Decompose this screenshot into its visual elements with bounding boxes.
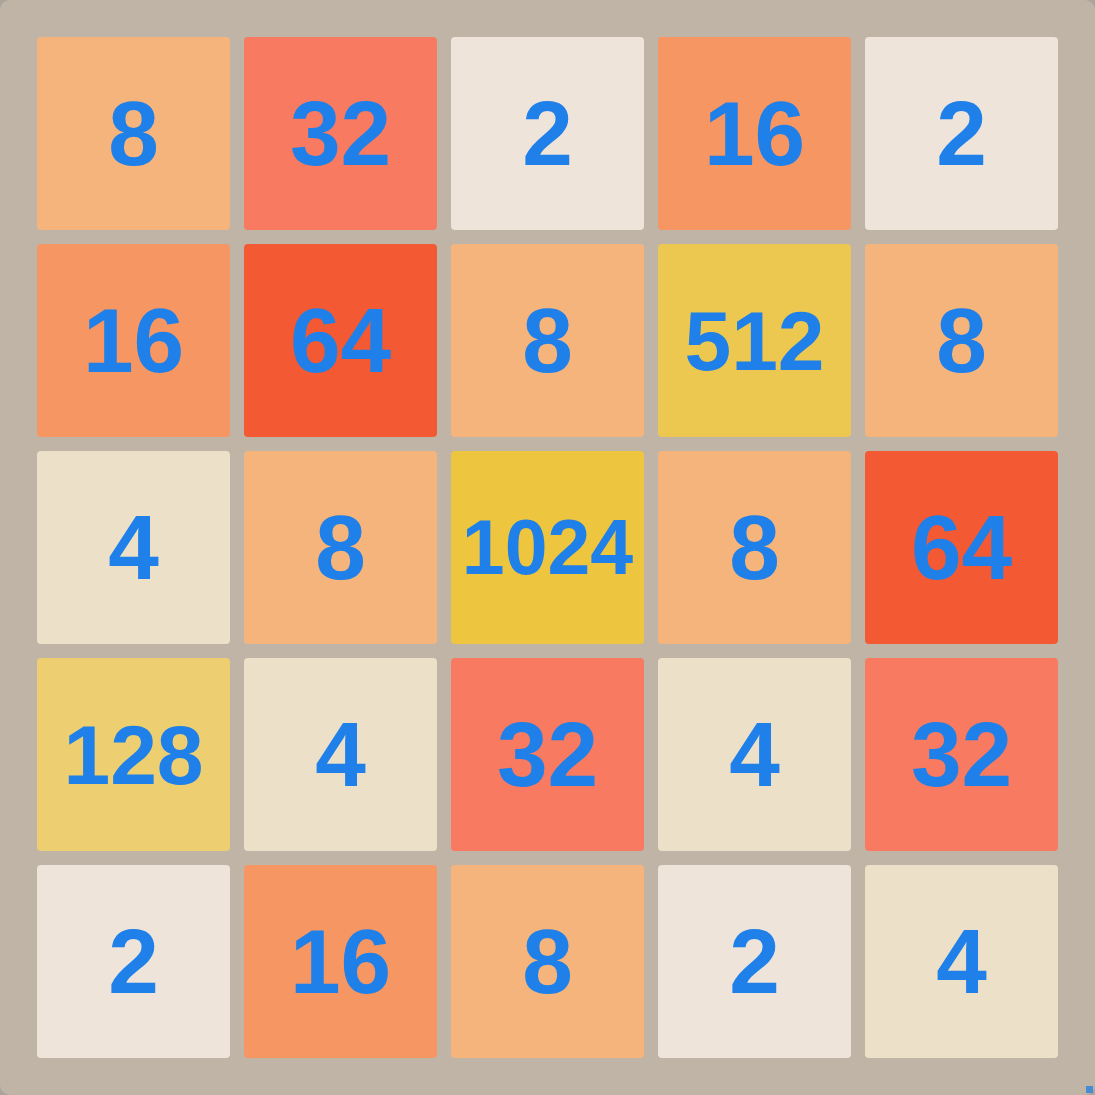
tile-4-r4c2: 4	[244, 658, 437, 851]
tile-16-r5c2: 16	[244, 865, 437, 1058]
tile-64-r2c2: 64	[244, 244, 437, 437]
tile-2-r5c1: 2	[37, 865, 230, 1058]
tile-128-r4c1: 128	[37, 658, 230, 851]
tile-8-r1c1: 8	[37, 37, 230, 230]
tile-16-r1c4: 16	[658, 37, 851, 230]
tile-2-r1c3: 2	[451, 37, 644, 230]
tile-2-r1c5: 2	[865, 37, 1058, 230]
corner-pixel-artifact	[1086, 1086, 1093, 1093]
tile-512-r2c4: 512	[658, 244, 851, 437]
tile-4-r5c5: 4	[865, 865, 1058, 1058]
game-board[interactable]: 8322162166485128481024864128432432216824	[0, 0, 1095, 1095]
tile-32-r4c3: 32	[451, 658, 644, 851]
tile-4-r4c4: 4	[658, 658, 851, 851]
tile-32-r1c2: 32	[244, 37, 437, 230]
tile-64-r3c5: 64	[865, 451, 1058, 644]
tile-8-r3c4: 8	[658, 451, 851, 644]
tile-2-r5c4: 2	[658, 865, 851, 1058]
tile-32-r4c5: 32	[865, 658, 1058, 851]
tile-8-r3c2: 8	[244, 451, 437, 644]
tile-8-r5c3: 8	[451, 865, 644, 1058]
tile-8-r2c5: 8	[865, 244, 1058, 437]
tile-4-r3c1: 4	[37, 451, 230, 644]
tile-1024-r3c3: 1024	[451, 451, 644, 644]
tile-8-r2c3: 8	[451, 244, 644, 437]
tile-16-r2c1: 16	[37, 244, 230, 437]
